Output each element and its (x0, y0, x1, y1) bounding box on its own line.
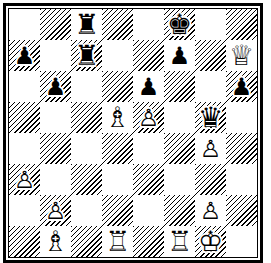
square-f1: ♜♖ (164, 226, 195, 257)
square-c7: ♜ (71, 40, 102, 71)
square-g7 (195, 40, 226, 71)
square-b7 (40, 40, 71, 71)
square-d2 (102, 195, 133, 226)
square-b1: ♝♗ (40, 226, 71, 257)
white-queen-icon: ♛♕ (226, 40, 257, 71)
square-g1: ♚♔ (195, 226, 226, 257)
square-e2 (133, 195, 164, 226)
square-e6: ♟ (133, 71, 164, 102)
square-a6 (9, 71, 40, 102)
white-rook-icon: ♜♖ (164, 226, 195, 257)
black-rook-icon: ♜ (71, 40, 102, 71)
square-b2: ♟♙ (40, 195, 71, 226)
board-frame: ♜♚♟♜♟♛♕♟♟♟♝♗♟♙♛♟♙♟♙♟♙♟♙♝♗♜♖♜♖♚♔ (3, 3, 263, 263)
white-king-icon: ♚♔ (195, 226, 226, 257)
square-d7 (102, 40, 133, 71)
square-g5: ♛ (195, 102, 226, 133)
square-f8: ♚ (164, 9, 195, 40)
square-f3 (164, 164, 195, 195)
square-c5 (71, 102, 102, 133)
square-a8 (9, 9, 40, 40)
black-pawn-icon: ♟ (133, 71, 164, 102)
board-inner-border: ♜♚♟♜♟♛♕♟♟♟♝♗♟♙♛♟♙♟♙♟♙♟♙♝♗♜♖♜♖♚♔ (8, 8, 258, 258)
square-f2 (164, 195, 195, 226)
square-c4 (71, 133, 102, 164)
square-d6 (102, 71, 133, 102)
square-h3 (226, 164, 257, 195)
chess-board: ♜♚♟♜♟♛♕♟♟♟♝♗♟♙♛♟♙♟♙♟♙♟♙♝♗♜♖♜♖♚♔ (9, 9, 257, 257)
square-e8 (133, 9, 164, 40)
square-d8 (102, 9, 133, 40)
white-pawn-icon: ♟♙ (133, 102, 164, 133)
square-e1 (133, 226, 164, 257)
square-a3: ♟♙ (9, 164, 40, 195)
white-pawn-icon: ♟♙ (40, 195, 71, 226)
square-c3 (71, 164, 102, 195)
square-d1: ♜♖ (102, 226, 133, 257)
square-f5 (164, 102, 195, 133)
square-b4 (40, 133, 71, 164)
square-e7 (133, 40, 164, 71)
square-h7: ♛♕ (226, 40, 257, 71)
square-b6: ♟ (40, 71, 71, 102)
black-pawn-icon: ♟ (226, 71, 257, 102)
square-d5: ♝♗ (102, 102, 133, 133)
square-g3 (195, 164, 226, 195)
white-bishop-icon: ♝♗ (102, 102, 133, 133)
square-d3 (102, 164, 133, 195)
square-h6: ♟ (226, 71, 257, 102)
square-b5 (40, 102, 71, 133)
white-bishop-icon: ♝♗ (40, 226, 71, 257)
white-pawn-icon: ♟♙ (9, 164, 40, 195)
square-a2 (9, 195, 40, 226)
square-g2: ♟♙ (195, 195, 226, 226)
square-e4 (133, 133, 164, 164)
black-pawn-icon: ♟ (9, 40, 40, 71)
square-a1 (9, 226, 40, 257)
square-h5 (226, 102, 257, 133)
square-b8 (40, 9, 71, 40)
square-c6 (71, 71, 102, 102)
square-b3 (40, 164, 71, 195)
square-a7: ♟ (9, 40, 40, 71)
square-a4 (9, 133, 40, 164)
white-pawn-icon: ♟♙ (195, 195, 226, 226)
white-rook-icon: ♜♖ (102, 226, 133, 257)
black-pawn-icon: ♟ (40, 71, 71, 102)
square-c1 (71, 226, 102, 257)
square-g8 (195, 9, 226, 40)
square-c2 (71, 195, 102, 226)
square-f7: ♟ (164, 40, 195, 71)
square-g4: ♟♙ (195, 133, 226, 164)
square-f4 (164, 133, 195, 164)
square-a5 (9, 102, 40, 133)
square-e3 (133, 164, 164, 195)
black-rook-icon: ♜ (71, 9, 102, 40)
black-pawn-icon: ♟ (164, 40, 195, 71)
square-g6 (195, 71, 226, 102)
square-f6 (164, 71, 195, 102)
square-h2 (226, 195, 257, 226)
square-e5: ♟♙ (133, 102, 164, 133)
black-king-icon: ♚ (164, 9, 195, 40)
square-h1 (226, 226, 257, 257)
square-c8: ♜ (71, 9, 102, 40)
square-d4 (102, 133, 133, 164)
black-queen-icon: ♛ (195, 102, 226, 133)
white-pawn-icon: ♟♙ (195, 133, 226, 164)
square-h4 (226, 133, 257, 164)
square-h8 (226, 9, 257, 40)
